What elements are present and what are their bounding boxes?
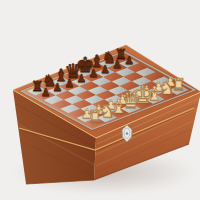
piece-white-king-e1: ♚ [132, 83, 154, 107]
piece-black-bishop-c8: ♝ [54, 68, 69, 85]
piece-black-pawn-a7: ♟ [41, 87, 51, 98]
piece-white-pawn-b2: ♟ [93, 103, 105, 116]
piece-black-pawn-d7: ♟ [76, 73, 86, 84]
piece-white-pawn-g2: ♟ [153, 80, 165, 93]
piece-black-pawn-b7: ♟ [53, 82, 63, 93]
piece-white-pawn-d2: ♟ [117, 93, 129, 106]
piece-white-pawn-h2: ♟ [165, 75, 177, 88]
piece-black-rook-h8: ♜ [115, 47, 128, 61]
piece-black-queen-d8: ♛ [64, 60, 82, 80]
piece-black-king-e8: ♚ [76, 55, 95, 76]
pieces-layer: ♜♞♝♛♚♝♞♜♟♟♟♟♟♟♟♟♟♟♟♟♟♟♟♟♜♞♝♛♚♝♞♜ [0, 0, 200, 200]
piece-black-pawn-f7: ♟ [100, 64, 110, 75]
piece-black-knight-b8: ♞ [42, 73, 56, 89]
piece-black-bishop-f8: ♝ [89, 54, 104, 71]
piece-white-knight-g1: ♞ [159, 80, 175, 98]
piece-black-pawn-e7: ♟ [88, 68, 98, 79]
piece-black-knight-g8: ♞ [102, 50, 116, 66]
piece-white-pawn-e2: ♟ [129, 89, 141, 102]
piece-white-rook-h1: ♜ [172, 77, 186, 93]
piece-white-bishop-f1: ♝ [146, 83, 163, 102]
piece-black-pawn-g7: ♟ [112, 59, 122, 70]
piece-white-pawn-a2: ♟ [81, 107, 93, 120]
piece-black-pawn-h7: ♟ [124, 55, 134, 66]
piece-white-bishop-c1: ♝ [110, 97, 127, 116]
scene: ♜♞♝♛♚♝♞♜♟♟♟♟♟♟♟♟♟♟♟♟♟♟♟♟♜♞♝♛♚♝♞♜ [0, 0, 200, 200]
piece-black-pawn-c7: ♟ [65, 78, 75, 89]
piece-white-rook-a1: ♜ [88, 109, 102, 125]
piece-black-rook-a8: ♜ [31, 79, 44, 93]
piece-white-pawn-c2: ♟ [105, 98, 117, 111]
piece-white-queen-d1: ♛ [121, 90, 141, 112]
piece-white-knight-b1: ♞ [99, 103, 115, 121]
piece-white-pawn-f2: ♟ [141, 84, 153, 97]
